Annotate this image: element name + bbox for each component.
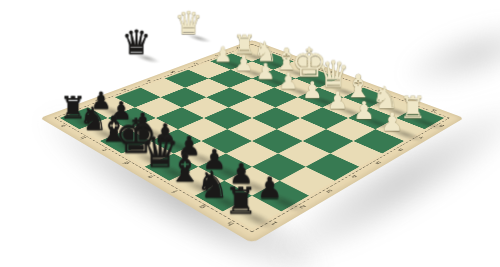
chess-set-photo: ♜♞♝♚♛♝♞♜♟♟♟♟♟♟♟♟♟♟♟♟♟♟♟♟♜♞♝♚♛♝♞♜♛♛ aabbc… <box>0 0 500 267</box>
white-pawn-glyph: ♟ <box>214 45 233 64</box>
white-queen[interactable]: ♛ <box>177 28 216 42</box>
board-3d-wrapper: ♜♞♝♚♛♝♞♜♟♟♟♟♟♟♟♟♟♟♟♟♟♟♟♟♜♞♝♚♛♝♞♜♛♛ aabbc… <box>40 40 464 243</box>
white-pawn-glyph: ♟ <box>234 53 253 73</box>
white-pawn-glyph: ♟ <box>302 80 323 101</box>
black-rook-glyph: ♜ <box>224 184 257 218</box>
white-pawn-glyph: ♟ <box>278 71 298 92</box>
black-pawn-glyph: ♟ <box>257 175 283 201</box>
black-queen-glyph: ♛ <box>121 27 151 58</box>
pieces: ♜♞♝♚♛♝♞♜♟♟♟♟♟♟♟♟♟♟♟♟♟♟♟♟♜♞♝♚♛♝♞♜♛♛ <box>40 40 464 243</box>
board-plane: ♜♞♝♚♛♝♞♜♟♟♟♟♟♟♟♟♟♟♟♟♟♟♟♟♜♞♝♚♛♝♞♜♛♛ aabbc… <box>40 40 464 243</box>
black-queen[interactable]: ♛ <box>125 47 166 63</box>
white-pawn-glyph: ♟ <box>256 62 276 82</box>
white-rook[interactable]: ♜ <box>396 107 444 129</box>
piece-layer: ♜♞♝♚♛♝♞♜♟♟♟♟♟♟♟♟♟♟♟♟♟♟♟♟♜♞♝♚♛♝♞♜♛♛ <box>40 40 464 243</box>
white-pawn-glyph: ♟ <box>353 100 375 122</box>
white-pawn-glyph: ♟ <box>381 111 403 134</box>
white-pawn-glyph: ♟ <box>327 90 348 112</box>
white-queen-glyph: ♛ <box>174 9 202 38</box>
